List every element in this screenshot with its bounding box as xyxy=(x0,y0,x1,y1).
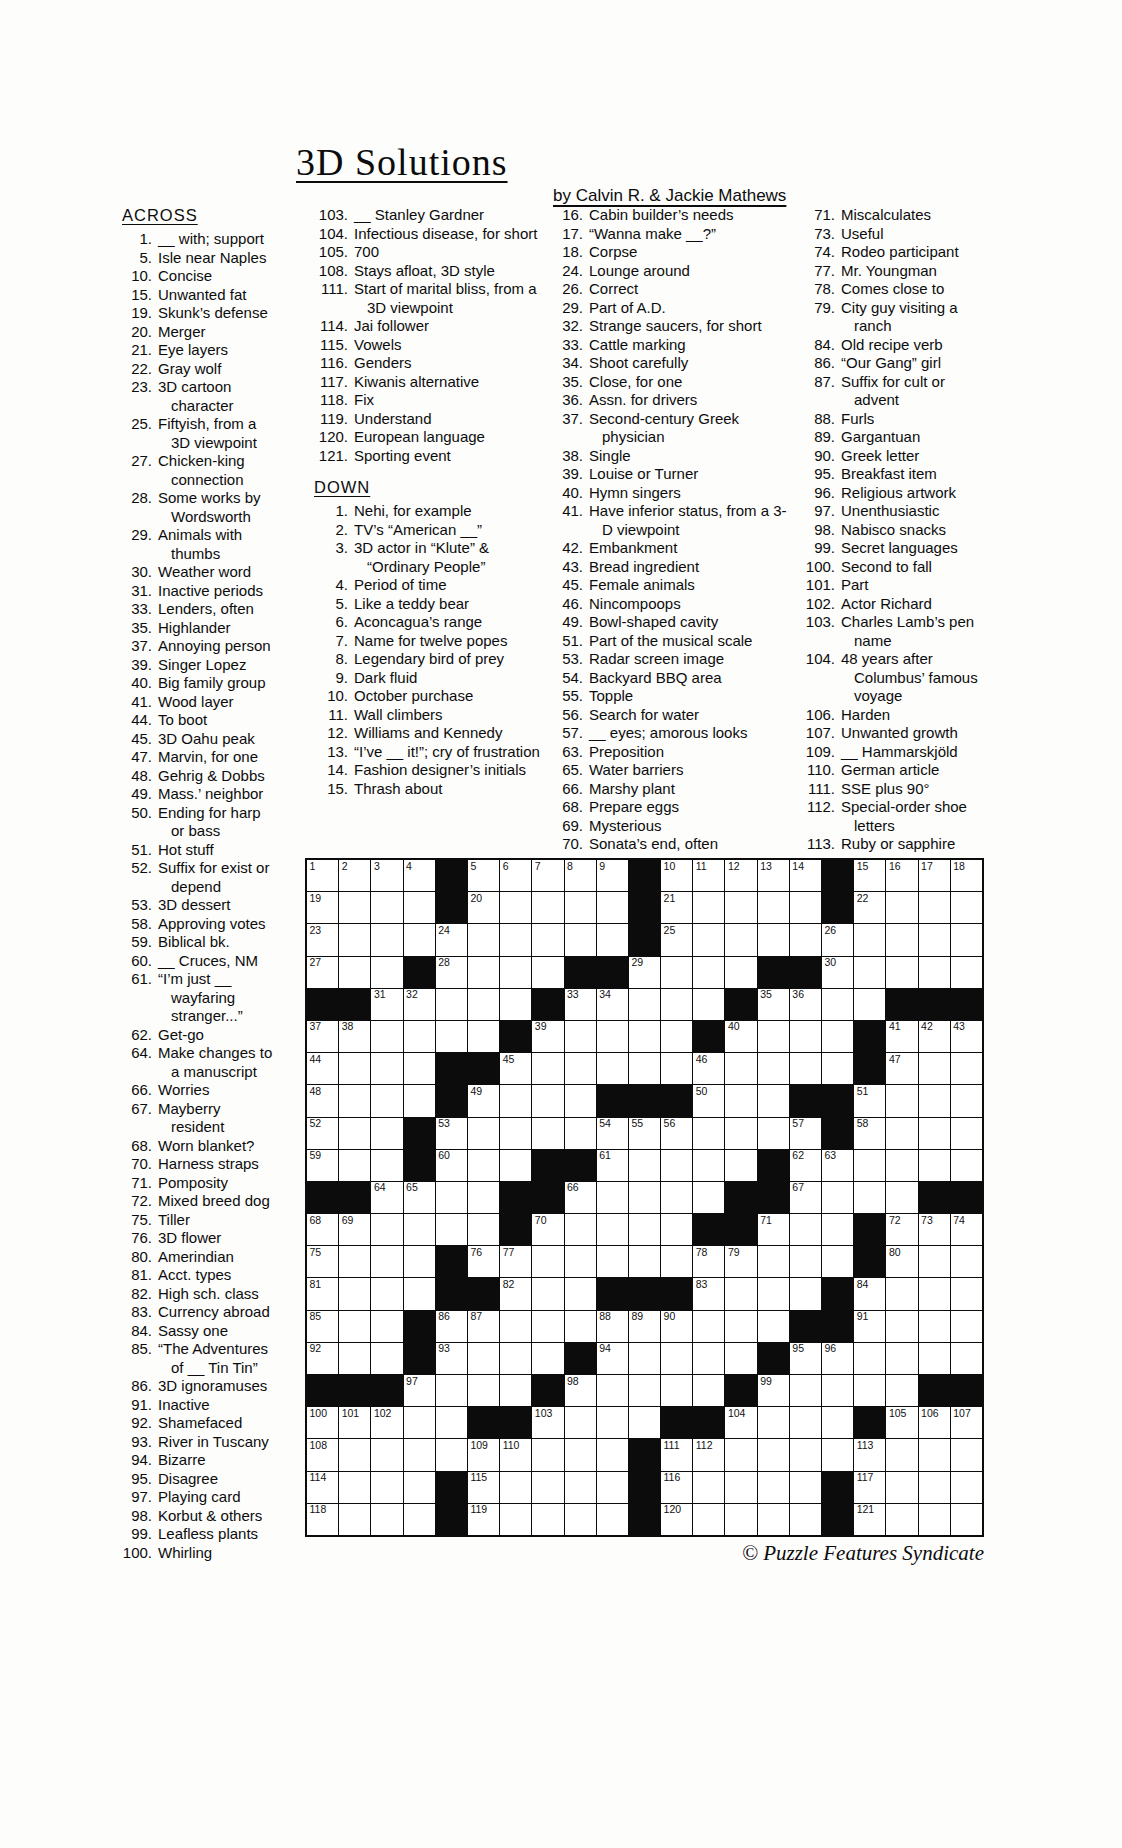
grid-cell[interactable] xyxy=(339,924,370,955)
grid-cell[interactable]: 110 xyxy=(500,1439,531,1470)
grid-cell[interactable]: 13 xyxy=(758,860,789,891)
grid-cell[interactable]: 14 xyxy=(790,860,821,891)
grid-cell[interactable]: 115 xyxy=(468,1472,499,1503)
grid-cell[interactable] xyxy=(629,1182,660,1213)
grid-cell[interactable] xyxy=(597,1375,628,1406)
grid-cell[interactable]: 8 xyxy=(565,860,596,891)
grid-cell[interactable] xyxy=(597,1504,628,1535)
grid-cell[interactable]: 108 xyxy=(307,1439,338,1470)
grid-cell[interactable] xyxy=(919,892,950,923)
grid-cell[interactable]: 68 xyxy=(307,1214,338,1245)
grid-cell[interactable] xyxy=(725,892,756,923)
grid-cell[interactable] xyxy=(500,1150,531,1181)
grid-cell[interactable] xyxy=(822,1246,853,1277)
grid-cell[interactable] xyxy=(790,1504,821,1535)
grid-cell[interactable] xyxy=(597,1472,628,1503)
grid-cell[interactable] xyxy=(629,1375,660,1406)
grid-cell[interactable] xyxy=(693,1472,724,1503)
grid-cell[interactable]: 31 xyxy=(371,989,402,1020)
grid-cell[interactable] xyxy=(532,1085,563,1116)
grid-cell[interactable] xyxy=(822,1407,853,1438)
grid-cell[interactable] xyxy=(951,1118,982,1149)
grid-cell[interactable]: 7 xyxy=(532,860,563,891)
grid-cell[interactable] xyxy=(661,989,692,1020)
grid-cell[interactable]: 21 xyxy=(661,892,692,923)
grid-cell[interactable] xyxy=(822,1439,853,1470)
grid-cell[interactable] xyxy=(661,1182,692,1213)
grid-cell[interactable]: 20 xyxy=(468,892,499,923)
grid-cell[interactable]: 63 xyxy=(822,1150,853,1181)
grid-cell[interactable] xyxy=(951,924,982,955)
grid-cell[interactable]: 109 xyxy=(468,1439,499,1470)
grid-cell[interactable]: 93 xyxy=(436,1343,467,1374)
grid-cell[interactable] xyxy=(404,924,435,955)
grid-cell[interactable] xyxy=(758,1407,789,1438)
grid-cell[interactable] xyxy=(532,1439,563,1470)
grid-cell[interactable] xyxy=(919,957,950,988)
grid-cell[interactable] xyxy=(565,892,596,923)
grid-cell[interactable]: 94 xyxy=(597,1343,628,1374)
grid-cell[interactable] xyxy=(339,1311,370,1342)
grid-cell[interactable] xyxy=(790,1021,821,1052)
grid-cell[interactable]: 35 xyxy=(758,989,789,1020)
grid-cell[interactable]: 61 xyxy=(597,1150,628,1181)
grid-cell[interactable] xyxy=(565,1021,596,1052)
grid-cell[interactable]: 39 xyxy=(532,1021,563,1052)
grid-cell[interactable]: 78 xyxy=(693,1246,724,1277)
grid-cell[interactable] xyxy=(468,1343,499,1374)
grid-cell[interactable]: 91 xyxy=(854,1311,885,1342)
grid-cell[interactable]: 97 xyxy=(404,1375,435,1406)
grid-cell[interactable] xyxy=(404,1407,435,1438)
grid-cell[interactable]: 1 xyxy=(307,860,338,891)
grid-cell[interactable]: 90 xyxy=(661,1311,692,1342)
grid-cell[interactable] xyxy=(339,957,370,988)
grid-cell[interactable] xyxy=(886,1085,917,1116)
grid-cell[interactable] xyxy=(951,1311,982,1342)
grid-cell[interactable] xyxy=(790,924,821,955)
grid-cell[interactable]: 33 xyxy=(565,989,596,1020)
grid-cell[interactable] xyxy=(565,1118,596,1149)
grid-cell[interactable] xyxy=(758,1085,789,1116)
grid-cell[interactable] xyxy=(629,989,660,1020)
grid-cell[interactable] xyxy=(822,1182,853,1213)
grid-cell[interactable]: 82 xyxy=(500,1278,531,1309)
grid-cell[interactable] xyxy=(886,957,917,988)
grid-cell[interactable] xyxy=(565,1311,596,1342)
grid-cell[interactable] xyxy=(725,1504,756,1535)
grid-cell[interactable] xyxy=(532,892,563,923)
grid-cell[interactable] xyxy=(790,1053,821,1084)
grid-cell[interactable]: 62 xyxy=(790,1150,821,1181)
grid-cell[interactable] xyxy=(725,1118,756,1149)
grid-cell[interactable]: 6 xyxy=(500,860,531,891)
grid-cell[interactable] xyxy=(693,1118,724,1149)
grid-cell[interactable] xyxy=(919,1085,950,1116)
grid-cell[interactable] xyxy=(919,1053,950,1084)
grid-cell[interactable] xyxy=(951,1246,982,1277)
grid-cell[interactable] xyxy=(758,1118,789,1149)
grid-cell[interactable]: 22 xyxy=(854,892,885,923)
grid-cell[interactable]: 81 xyxy=(307,1278,338,1309)
grid-cell[interactable]: 37 xyxy=(307,1021,338,1052)
grid-cell[interactable] xyxy=(371,957,402,988)
grid-cell[interactable] xyxy=(661,1053,692,1084)
grid-cell[interactable] xyxy=(886,1182,917,1213)
grid-cell[interactable] xyxy=(339,1053,370,1084)
grid-cell[interactable]: 113 xyxy=(854,1439,885,1470)
grid-cell[interactable]: 119 xyxy=(468,1504,499,1535)
grid-cell[interactable] xyxy=(629,1021,660,1052)
grid-cell[interactable]: 10 xyxy=(661,860,692,891)
grid-cell[interactable]: 105 xyxy=(886,1407,917,1438)
grid-cell[interactable]: 23 xyxy=(307,924,338,955)
grid-cell[interactable] xyxy=(919,924,950,955)
grid-cell[interactable]: 80 xyxy=(886,1246,917,1277)
grid-cell[interactable]: 18 xyxy=(951,860,982,891)
grid-cell[interactable]: 60 xyxy=(436,1150,467,1181)
grid-cell[interactable]: 36 xyxy=(790,989,821,1020)
grid-cell[interactable] xyxy=(822,1375,853,1406)
grid-cell[interactable] xyxy=(725,1150,756,1181)
grid-cell[interactable]: 65 xyxy=(404,1182,435,1213)
grid-cell[interactable] xyxy=(886,1343,917,1374)
grid-cell[interactable] xyxy=(758,1504,789,1535)
grid-cell[interactable] xyxy=(758,1439,789,1470)
grid-cell[interactable] xyxy=(919,1311,950,1342)
grid-cell[interactable]: 19 xyxy=(307,892,338,923)
grid-cell[interactable]: 95 xyxy=(790,1343,821,1374)
grid-cell[interactable] xyxy=(725,1311,756,1342)
grid-cell[interactable] xyxy=(371,1085,402,1116)
grid-cell[interactable]: 71 xyxy=(758,1214,789,1245)
grid-cell[interactable] xyxy=(371,1439,402,1470)
grid-cell[interactable] xyxy=(339,1472,370,1503)
grid-cell[interactable] xyxy=(951,1504,982,1535)
grid-cell[interactable] xyxy=(951,1343,982,1374)
grid-cell[interactable] xyxy=(790,1407,821,1438)
grid-cell[interactable] xyxy=(565,1053,596,1084)
grid-cell[interactable]: 56 xyxy=(661,1118,692,1149)
grid-cell[interactable] xyxy=(725,1278,756,1309)
grid-cell[interactable] xyxy=(822,989,853,1020)
grid-cell[interactable]: 42 xyxy=(919,1021,950,1052)
grid-cell[interactable] xyxy=(532,957,563,988)
grid-cell[interactable] xyxy=(404,1439,435,1470)
grid-cell[interactable]: 98 xyxy=(565,1375,596,1406)
grid-cell[interactable] xyxy=(404,1214,435,1245)
grid-cell[interactable] xyxy=(500,1343,531,1374)
grid-cell[interactable]: 96 xyxy=(822,1343,853,1374)
grid-cell[interactable]: 102 xyxy=(371,1407,402,1438)
grid-cell[interactable] xyxy=(758,1053,789,1084)
grid-cell[interactable] xyxy=(565,1278,596,1309)
grid-cell[interactable]: 117 xyxy=(854,1472,885,1503)
grid-cell[interactable]: 54 xyxy=(597,1118,628,1149)
grid-cell[interactable]: 25 xyxy=(661,924,692,955)
grid-cell[interactable] xyxy=(790,1246,821,1277)
grid-cell[interactable] xyxy=(371,1214,402,1245)
grid-cell[interactable]: 49 xyxy=(468,1085,499,1116)
grid-cell[interactable] xyxy=(532,1118,563,1149)
grid-cell[interactable] xyxy=(951,1150,982,1181)
grid-cell[interactable] xyxy=(597,1021,628,1052)
grid-cell[interactable] xyxy=(790,1278,821,1309)
grid-cell[interactable] xyxy=(854,1150,885,1181)
grid-cell[interactable] xyxy=(822,1214,853,1245)
grid-cell[interactable]: 72 xyxy=(886,1214,917,1245)
grid-cell[interactable] xyxy=(532,924,563,955)
grid-cell[interactable]: 69 xyxy=(339,1214,370,1245)
grid-cell[interactable] xyxy=(661,1214,692,1245)
grid-cell[interactable]: 73 xyxy=(919,1214,950,1245)
grid-cell[interactable] xyxy=(886,1504,917,1535)
grid-cell[interactable]: 104 xyxy=(725,1407,756,1438)
grid-cell[interactable] xyxy=(404,1504,435,1535)
grid-cell[interactable] xyxy=(468,1214,499,1245)
grid-cell[interactable] xyxy=(629,1214,660,1245)
grid-cell[interactable] xyxy=(919,1150,950,1181)
grid-cell[interactable] xyxy=(597,924,628,955)
grid-cell[interactable]: 30 xyxy=(822,957,853,988)
grid-cell[interactable] xyxy=(339,1278,370,1309)
grid-cell[interactable] xyxy=(951,1472,982,1503)
grid-cell[interactable] xyxy=(919,1472,950,1503)
grid-cell[interactable] xyxy=(500,1118,531,1149)
grid-cell[interactable] xyxy=(371,1118,402,1149)
grid-cell[interactable] xyxy=(886,1278,917,1309)
grid-cell[interactable] xyxy=(500,1504,531,1535)
grid-cell[interactable] xyxy=(565,1246,596,1277)
grid-cell[interactable] xyxy=(886,1118,917,1149)
grid-cell[interactable]: 74 xyxy=(951,1214,982,1245)
grid-cell[interactable]: 9 xyxy=(597,860,628,891)
grid-cell[interactable] xyxy=(597,1246,628,1277)
grid-cell[interactable]: 46 xyxy=(693,1053,724,1084)
grid-cell[interactable] xyxy=(436,1214,467,1245)
grid-cell[interactable] xyxy=(693,1375,724,1406)
grid-cell[interactable] xyxy=(854,1182,885,1213)
grid-cell[interactable] xyxy=(339,1150,370,1181)
grid-cell[interactable] xyxy=(661,1375,692,1406)
grid-cell[interactable] xyxy=(758,1311,789,1342)
grid-cell[interactable] xyxy=(500,989,531,1020)
grid-cell[interactable] xyxy=(436,989,467,1020)
grid-cell[interactable] xyxy=(597,1182,628,1213)
grid-cell[interactable]: 116 xyxy=(661,1472,692,1503)
grid-cell[interactable] xyxy=(919,1343,950,1374)
grid-cell[interactable] xyxy=(532,1343,563,1374)
grid-cell[interactable] xyxy=(468,924,499,955)
grid-cell[interactable] xyxy=(436,1439,467,1470)
grid-cell[interactable] xyxy=(404,892,435,923)
grid-cell[interactable] xyxy=(725,1343,756,1374)
grid-cell[interactable]: 28 xyxy=(436,957,467,988)
grid-cell[interactable] xyxy=(565,1407,596,1438)
grid-cell[interactable] xyxy=(436,1182,467,1213)
grid-cell[interactable] xyxy=(597,1439,628,1470)
grid-cell[interactable] xyxy=(339,892,370,923)
grid-cell[interactable] xyxy=(725,924,756,955)
grid-cell[interactable]: 24 xyxy=(436,924,467,955)
grid-cell[interactable] xyxy=(725,1053,756,1084)
grid-cell[interactable] xyxy=(629,1246,660,1277)
grid-cell[interactable]: 64 xyxy=(371,1182,402,1213)
grid-cell[interactable] xyxy=(886,1375,917,1406)
grid-cell[interactable]: 111 xyxy=(661,1439,692,1470)
grid-cell[interactable] xyxy=(371,1278,402,1309)
grid-cell[interactable]: 50 xyxy=(693,1085,724,1116)
grid-cell[interactable] xyxy=(661,1343,692,1374)
grid-cell[interactable] xyxy=(854,924,885,955)
grid-cell[interactable] xyxy=(951,957,982,988)
grid-cell[interactable] xyxy=(919,1439,950,1470)
grid-cell[interactable] xyxy=(629,1150,660,1181)
grid-cell[interactable] xyxy=(371,1053,402,1084)
grid-cell[interactable] xyxy=(371,1472,402,1503)
grid-cell[interactable] xyxy=(597,892,628,923)
grid-cell[interactable] xyxy=(629,1407,660,1438)
grid-cell[interactable] xyxy=(661,957,692,988)
grid-cell[interactable] xyxy=(500,924,531,955)
grid-cell[interactable] xyxy=(951,1085,982,1116)
grid-cell[interactable] xyxy=(725,1472,756,1503)
grid-cell[interactable]: 103 xyxy=(532,1407,563,1438)
grid-cell[interactable] xyxy=(886,1439,917,1470)
grid-cell[interactable]: 101 xyxy=(339,1407,370,1438)
grid-cell[interactable]: 99 xyxy=(758,1375,789,1406)
grid-cell[interactable]: 112 xyxy=(693,1439,724,1470)
grid-cell[interactable] xyxy=(404,1472,435,1503)
grid-cell[interactable]: 40 xyxy=(725,1021,756,1052)
grid-cell[interactable]: 92 xyxy=(307,1343,338,1374)
grid-cell[interactable]: 52 xyxy=(307,1118,338,1149)
grid-cell[interactable]: 32 xyxy=(404,989,435,1020)
grid-cell[interactable] xyxy=(854,989,885,1020)
grid-cell[interactable] xyxy=(339,1085,370,1116)
grid-cell[interactable] xyxy=(339,1246,370,1277)
grid-cell[interactable] xyxy=(597,1053,628,1084)
grid-cell[interactable] xyxy=(565,1085,596,1116)
grid-cell[interactable] xyxy=(371,924,402,955)
grid-cell[interactable] xyxy=(758,1246,789,1277)
grid-cell[interactable] xyxy=(629,1053,660,1084)
grid-cell[interactable] xyxy=(468,1021,499,1052)
grid-cell[interactable]: 2 xyxy=(339,860,370,891)
grid-cell[interactable] xyxy=(919,1278,950,1309)
grid-cell[interactable] xyxy=(886,1150,917,1181)
grid-cell[interactable] xyxy=(951,1053,982,1084)
grid-cell[interactable] xyxy=(436,1021,467,1052)
grid-cell[interactable] xyxy=(565,924,596,955)
grid-cell[interactable]: 70 xyxy=(532,1214,563,1245)
grid-cell[interactable] xyxy=(500,892,531,923)
grid-cell[interactable] xyxy=(565,1214,596,1245)
grid-cell[interactable]: 86 xyxy=(436,1311,467,1342)
grid-cell[interactable] xyxy=(661,1150,692,1181)
grid-cell[interactable] xyxy=(693,1150,724,1181)
grid-cell[interactable]: 17 xyxy=(919,860,950,891)
grid-cell[interactable]: 87 xyxy=(468,1311,499,1342)
grid-cell[interactable] xyxy=(371,1504,402,1535)
grid-cell[interactable] xyxy=(339,1118,370,1149)
grid-cell[interactable] xyxy=(565,1504,596,1535)
grid-cell[interactable] xyxy=(404,1021,435,1052)
grid-cell[interactable] xyxy=(886,1472,917,1503)
grid-cell[interactable]: 59 xyxy=(307,1150,338,1181)
grid-cell[interactable]: 11 xyxy=(693,860,724,891)
grid-cell[interactable]: 27 xyxy=(307,957,338,988)
grid-cell[interactable] xyxy=(339,1343,370,1374)
grid-cell[interactable] xyxy=(404,1053,435,1084)
grid-cell[interactable] xyxy=(693,892,724,923)
grid-cell[interactable] xyxy=(693,1182,724,1213)
grid-cell[interactable] xyxy=(854,1375,885,1406)
grid-cell[interactable]: 12 xyxy=(725,860,756,891)
grid-cell[interactable]: 47 xyxy=(886,1053,917,1084)
grid-cell[interactable] xyxy=(597,1214,628,1245)
grid-cell[interactable] xyxy=(951,1439,982,1470)
grid-cell[interactable] xyxy=(693,1343,724,1374)
grid-cell[interactable]: 16 xyxy=(886,860,917,891)
grid-cell[interactable] xyxy=(854,1343,885,1374)
grid-cell[interactable]: 26 xyxy=(822,924,853,955)
grid-cell[interactable] xyxy=(886,1311,917,1342)
grid-cell[interactable]: 88 xyxy=(597,1311,628,1342)
grid-cell[interactable] xyxy=(532,1504,563,1535)
grid-cell[interactable]: 67 xyxy=(790,1182,821,1213)
grid-cell[interactable]: 100 xyxy=(307,1407,338,1438)
grid-cell[interactable] xyxy=(693,1311,724,1342)
grid-cell[interactable] xyxy=(565,1439,596,1470)
grid-cell[interactable]: 121 xyxy=(854,1504,885,1535)
grid-cell[interactable] xyxy=(951,1278,982,1309)
grid-cell[interactable]: 38 xyxy=(339,1021,370,1052)
grid-cell[interactable] xyxy=(500,1472,531,1503)
grid-cell[interactable]: 66 xyxy=(565,1182,596,1213)
grid-cell[interactable] xyxy=(468,1118,499,1149)
grid-cell[interactable] xyxy=(758,1472,789,1503)
grid-cell[interactable]: 3 xyxy=(371,860,402,891)
grid-cell[interactable]: 4 xyxy=(404,860,435,891)
grid-cell[interactable] xyxy=(790,1439,821,1470)
grid-cell[interactable]: 118 xyxy=(307,1504,338,1535)
grid-cell[interactable]: 44 xyxy=(307,1053,338,1084)
grid-cell[interactable] xyxy=(500,1375,531,1406)
grid-cell[interactable] xyxy=(725,1085,756,1116)
grid-cell[interactable] xyxy=(436,1407,467,1438)
grid-cell[interactable] xyxy=(468,957,499,988)
grid-cell[interactable]: 43 xyxy=(951,1021,982,1052)
grid-cell[interactable] xyxy=(790,1214,821,1245)
grid-cell[interactable] xyxy=(565,1472,596,1503)
grid-cell[interactable] xyxy=(371,1150,402,1181)
grid-cell[interactable] xyxy=(468,1375,499,1406)
grid-cell[interactable] xyxy=(404,1278,435,1309)
grid-cell[interactable] xyxy=(629,1343,660,1374)
grid-cell[interactable] xyxy=(597,1407,628,1438)
grid-cell[interactable]: 77 xyxy=(500,1246,531,1277)
grid-cell[interactable] xyxy=(758,924,789,955)
grid-cell[interactable]: 34 xyxy=(597,989,628,1020)
grid-cell[interactable]: 41 xyxy=(886,1021,917,1052)
grid-cell[interactable] xyxy=(436,1375,467,1406)
grid-cell[interactable]: 120 xyxy=(661,1504,692,1535)
grid-cell[interactable]: 48 xyxy=(307,1085,338,1116)
grid-cell[interactable] xyxy=(951,892,982,923)
grid-cell[interactable]: 79 xyxy=(725,1246,756,1277)
grid-cell[interactable] xyxy=(693,1504,724,1535)
